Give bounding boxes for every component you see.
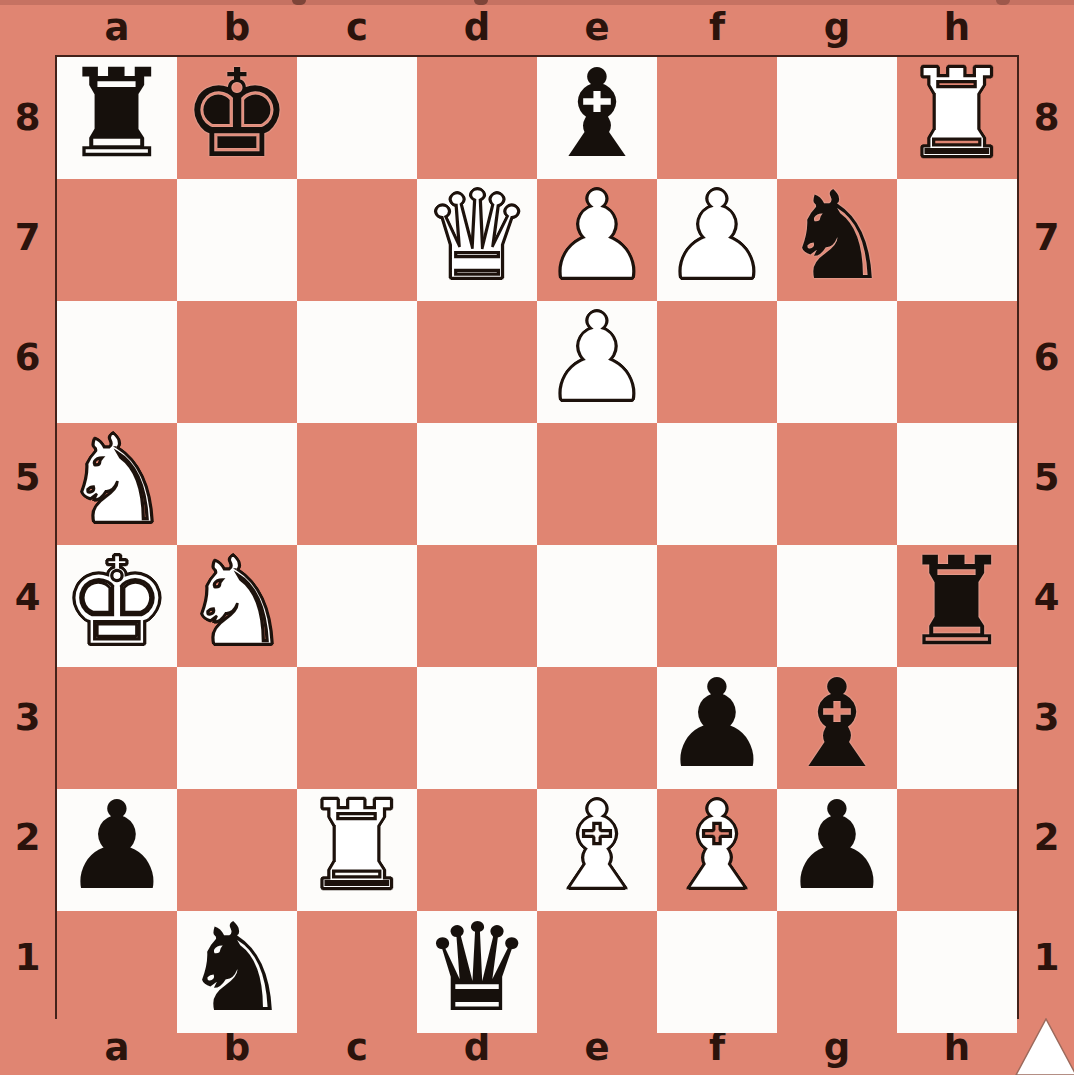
square-b4[interactable]: ♞	[177, 545, 297, 667]
square-e3[interactable]	[537, 667, 657, 789]
file-label-f: f	[657, 0, 777, 55]
square-f4[interactable]	[657, 545, 777, 667]
square-a7[interactable]	[57, 179, 177, 301]
file-label-e: e	[537, 0, 657, 55]
square-h4[interactable]: ♜	[897, 545, 1017, 667]
piece-white-bishop: ♝	[542, 785, 651, 907]
file-label-c: c	[297, 0, 417, 55]
square-c7[interactable]	[297, 179, 417, 301]
piece-white-rook: ♜	[302, 785, 411, 907]
piece-white-pawn: ♟	[542, 297, 651, 419]
square-c4[interactable]	[297, 545, 417, 667]
file-label-d: d	[417, 0, 537, 55]
square-a5[interactable]: ♞	[57, 423, 177, 545]
square-g1[interactable]	[777, 911, 897, 1033]
piece-black-knight: ♞	[782, 175, 891, 297]
square-h3[interactable]	[897, 667, 1017, 789]
square-b5[interactable]	[177, 423, 297, 545]
piece-white-bishop: ♝	[662, 785, 771, 907]
piece-white-queen: ♛	[422, 175, 531, 297]
piece-black-king: ♚	[182, 53, 291, 175]
chess-board: ♜♚♝♜♛♟♟♞♟♞♚♞♜♟♝♟♜♝♝♟♞♛	[55, 55, 1019, 1019]
square-e6[interactable]: ♟	[537, 301, 657, 423]
file-label-a: a	[57, 0, 177, 55]
square-b7[interactable]	[177, 179, 297, 301]
square-b2[interactable]	[177, 789, 297, 911]
square-d5[interactable]	[417, 423, 537, 545]
square-d8[interactable]	[417, 57, 537, 179]
square-e8[interactable]: ♝	[537, 57, 657, 179]
chess-diagram: abcdefgh abcdefgh 87654321 87654321 ♜♚♝♜…	[0, 0, 1074, 1075]
square-d3[interactable]	[417, 667, 537, 789]
square-a8[interactable]: ♜	[57, 57, 177, 179]
rank-label-3: 3	[0, 657, 55, 777]
square-h1[interactable]	[897, 911, 1017, 1033]
square-g5[interactable]	[777, 423, 897, 545]
square-d6[interactable]	[417, 301, 537, 423]
square-d2[interactable]	[417, 789, 537, 911]
square-h8[interactable]: ♜	[897, 57, 1017, 179]
file-labels-top: abcdefgh	[57, 0, 1017, 55]
square-d1[interactable]: ♛	[417, 911, 537, 1033]
square-e7[interactable]: ♟	[537, 179, 657, 301]
square-c5[interactable]	[297, 423, 417, 545]
rank-label-3: 3	[1019, 657, 1074, 777]
rank-labels-left: 87654321	[0, 57, 55, 1017]
rank-label-5: 5	[0, 417, 55, 537]
piece-white-rook: ♜	[902, 53, 1011, 175]
square-h6[interactable]	[897, 301, 1017, 423]
square-h2[interactable]	[897, 789, 1017, 911]
rank-label-8: 8	[1019, 57, 1074, 177]
square-c8[interactable]	[297, 57, 417, 179]
rank-label-4: 4	[1019, 537, 1074, 657]
piece-black-pawn: ♟	[782, 785, 891, 907]
square-c6[interactable]	[297, 301, 417, 423]
square-d7[interactable]: ♛	[417, 179, 537, 301]
rank-label-6: 6	[0, 297, 55, 417]
square-g2[interactable]: ♟	[777, 789, 897, 911]
square-a4[interactable]: ♚	[57, 545, 177, 667]
square-f1[interactable]	[657, 911, 777, 1033]
square-e5[interactable]	[537, 423, 657, 545]
square-b1[interactable]: ♞	[177, 911, 297, 1033]
square-c3[interactable]	[297, 667, 417, 789]
piece-white-pawn: ♟	[662, 175, 771, 297]
square-c1[interactable]	[297, 911, 417, 1033]
square-g4[interactable]	[777, 545, 897, 667]
square-c2[interactable]: ♜	[297, 789, 417, 911]
piece-white-knight: ♞	[62, 419, 171, 541]
rank-label-2: 2	[1019, 777, 1074, 897]
square-g8[interactable]	[777, 57, 897, 179]
square-g7[interactable]: ♞	[777, 179, 897, 301]
square-f5[interactable]	[657, 423, 777, 545]
rank-label-5: 5	[1019, 417, 1074, 537]
piece-black-queen: ♛	[422, 907, 531, 1029]
square-e1[interactable]	[537, 911, 657, 1033]
square-g3[interactable]: ♝	[777, 667, 897, 789]
square-h5[interactable]	[897, 423, 1017, 545]
piece-black-pawn: ♟	[662, 663, 771, 785]
piece-black-pawn: ♟	[62, 785, 171, 907]
square-b3[interactable]	[177, 667, 297, 789]
square-a3[interactable]	[57, 667, 177, 789]
piece-white-knight: ♞	[182, 541, 291, 663]
square-b8[interactable]: ♚	[177, 57, 297, 179]
square-f3[interactable]: ♟	[657, 667, 777, 789]
piece-white-pawn: ♟	[542, 175, 651, 297]
file-label-g: g	[777, 0, 897, 55]
piece-black-rook: ♜	[62, 53, 171, 175]
piece-white-king: ♚	[62, 541, 171, 663]
square-f6[interactable]	[657, 301, 777, 423]
piece-black-bishop: ♝	[782, 663, 891, 785]
rank-label-1: 1	[0, 897, 55, 1017]
square-b6[interactable]	[177, 301, 297, 423]
rank-label-6: 6	[1019, 297, 1074, 417]
rank-label-8: 8	[0, 57, 55, 177]
square-h7[interactable]	[897, 179, 1017, 301]
rank-label-2: 2	[0, 777, 55, 897]
square-e4[interactable]	[537, 545, 657, 667]
square-f7[interactable]: ♟	[657, 179, 777, 301]
square-a2[interactable]: ♟	[57, 789, 177, 911]
square-e2[interactable]: ♝	[537, 789, 657, 911]
rank-label-7: 7	[0, 177, 55, 297]
rank-labels-right: 87654321	[1019, 57, 1074, 1017]
piece-black-rook: ♜	[902, 541, 1011, 663]
square-a1[interactable]	[57, 911, 177, 1033]
rank-label-1: 1	[1019, 897, 1074, 1017]
square-f8[interactable]	[657, 57, 777, 179]
white-to-move-pointer-icon	[1014, 1018, 1074, 1075]
square-d4[interactable]	[417, 545, 537, 667]
square-f2[interactable]: ♝	[657, 789, 777, 911]
piece-black-bishop: ♝	[542, 53, 651, 175]
file-label-h: h	[897, 0, 1017, 55]
piece-black-knight: ♞	[182, 907, 291, 1029]
square-a6[interactable]	[57, 301, 177, 423]
square-g6[interactable]	[777, 301, 897, 423]
file-label-b: b	[177, 0, 297, 55]
rank-label-4: 4	[0, 537, 55, 657]
rank-label-7: 7	[1019, 177, 1074, 297]
